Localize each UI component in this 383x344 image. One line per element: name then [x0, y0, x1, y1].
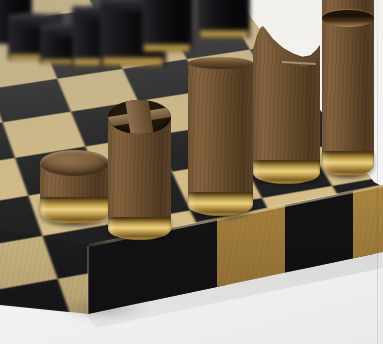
brass-base-ring — [188, 192, 253, 216]
collar-groove — [322, 10, 374, 27]
brass-base-ring — [144, 44, 190, 52]
chess-piece-black-piece-6 — [142, 0, 192, 52]
chess-piece-black-piece-7 — [198, 0, 250, 38]
chess-piece-white-queen — [188, 57, 253, 216]
chess-piece-white-pawn — [40, 150, 109, 224]
brass-base-ring — [322, 151, 374, 176]
chess-piece-white-rook — [108, 100, 171, 240]
brass-base-ring — [253, 160, 320, 184]
brass-base-ring — [103, 57, 164, 66]
piece-top — [40, 150, 109, 176]
piece-body — [188, 62, 253, 194]
brass-base-ring — [200, 30, 248, 38]
piece-body — [253, 22, 320, 184]
brass-base-ring — [40, 197, 109, 224]
watermark-rule — [377, 0, 378, 344]
corner-edge-highlight — [87, 246, 89, 314]
chess-piece-white-knight — [253, 22, 320, 184]
cross-bar — [125, 100, 154, 134]
brass-base-ring — [108, 217, 171, 240]
cross-cut-top — [108, 100, 171, 134]
chess-set-product-photo — [0, 0, 383, 344]
chess-piece-white-king — [322, 0, 374, 176]
piece-top — [188, 57, 253, 69]
